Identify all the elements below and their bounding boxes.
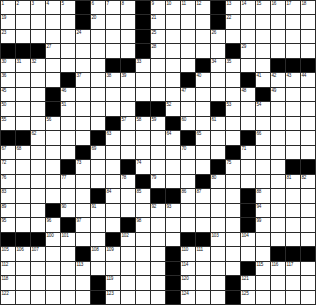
cell-r1c14[interactable]: 12 <box>196 1 210 14</box>
cell-r1c3[interactable]: 3 <box>31 1 45 14</box>
cell-r10c8[interactable]: 63 <box>106 131 120 144</box>
cell-r20c4[interactable] <box>46 276 60 289</box>
cell-r17c17[interactable]: 104 <box>241 233 255 246</box>
cell-r15c1[interactable]: 89 <box>1 204 15 217</box>
cell-r6c1[interactable]: 36 <box>1 73 15 86</box>
cell-r4c6[interactable] <box>76 44 90 57</box>
cell-r7c19[interactable]: 49 <box>271 88 285 101</box>
cell-r16c3[interactable] <box>31 218 45 231</box>
cell-r18c5[interactable] <box>61 247 75 260</box>
cell-r10c21[interactable] <box>301 131 315 144</box>
cell-r2c3[interactable] <box>31 15 45 28</box>
cell-r1c4[interactable]: 4 <box>46 1 60 14</box>
cell-r11c11[interactable] <box>151 146 165 159</box>
cell-r18c14[interactable]: 111 <box>196 247 210 260</box>
cell-r5c10[interactable]: 33 <box>136 59 150 72</box>
cell-r18c13[interactable]: 110 <box>181 247 195 260</box>
cell-r1c13[interactable]: 11 <box>181 1 195 14</box>
cell-r19c13[interactable]: 114 <box>181 262 195 275</box>
cell-r16c10[interactable]: 98 <box>136 218 150 231</box>
cell-r16c19[interactable] <box>271 218 285 231</box>
cell-r7c7[interactable] <box>91 88 105 101</box>
cell-r2c5[interactable] <box>61 15 75 28</box>
cell-r6c3[interactable] <box>31 73 45 86</box>
cell-r8c14[interactable] <box>196 102 210 115</box>
cell-r20c13[interactable]: 120 <box>181 276 195 289</box>
cell-r21c5[interactable] <box>61 291 75 304</box>
cell-r3c19[interactable] <box>271 30 285 43</box>
cell-r13c13[interactable] <box>181 175 195 188</box>
cell-r1c8[interactable]: 7 <box>106 1 120 14</box>
cell-r3c17[interactable] <box>241 30 255 43</box>
cell-r4c17[interactable]: 29 <box>241 44 255 57</box>
cell-r8c8[interactable] <box>106 102 120 115</box>
cell-r18c8[interactable]: 109 <box>106 247 120 260</box>
cell-r14c18[interactable]: 88 <box>256 189 270 202</box>
cell-r20c3[interactable] <box>31 276 45 289</box>
cell-r20c6[interactable] <box>76 276 90 289</box>
cell-r1c12[interactable]: 10 <box>166 1 180 14</box>
cell-r21c13[interactable]: 124 <box>181 291 195 304</box>
cell-r16c18[interactable]: 99 <box>256 218 270 231</box>
cell-r10c15[interactable] <box>211 131 225 144</box>
cell-r13c8[interactable] <box>106 175 120 188</box>
cell-r3c11[interactable]: 25 <box>151 30 165 43</box>
cell-r18c11[interactable] <box>151 247 165 260</box>
cell-r18c17[interactable] <box>241 247 255 260</box>
cell-r20c18[interactable] <box>256 276 270 289</box>
cell-r21c20[interactable] <box>286 291 300 304</box>
cell-r14c15[interactable] <box>211 189 225 202</box>
cell-r8c12[interactable]: 52 <box>166 102 180 115</box>
cell-r19c18[interactable]: 115 <box>256 262 270 275</box>
cell-r7c5[interactable]: 46 <box>61 88 75 101</box>
cell-r15c14[interactable] <box>196 204 210 217</box>
cell-r2c19[interactable] <box>271 15 285 28</box>
cell-r13c3[interactable] <box>31 175 45 188</box>
cell-r19c14[interactable] <box>196 262 210 275</box>
cell-r12c6[interactable]: 73 <box>76 160 90 173</box>
cell-r5c7[interactable] <box>91 59 105 72</box>
cell-r19c1[interactable]: 112 <box>1 262 15 275</box>
cell-r21c11[interactable] <box>151 291 165 304</box>
cell-r13c9[interactable]: 78 <box>121 175 135 188</box>
cell-r5c17[interactable] <box>241 59 255 72</box>
cell-r11c4[interactable] <box>46 146 60 159</box>
cell-r16c1[interactable]: 95 <box>1 218 15 231</box>
cell-r12c4[interactable] <box>46 160 60 173</box>
cell-r21c19[interactable] <box>271 291 285 304</box>
cell-r10c12[interactable]: 64 <box>166 131 180 144</box>
cell-r15c11[interactable]: 92 <box>151 204 165 217</box>
cell-r7c8[interactable] <box>106 88 120 101</box>
cell-r17c19[interactable] <box>271 233 285 246</box>
cell-r21c21[interactable] <box>301 291 315 304</box>
cell-r17c11[interactable] <box>151 233 165 246</box>
cell-r19c2[interactable] <box>16 262 30 275</box>
cell-r6c19[interactable]: 42 <box>271 73 285 86</box>
cell-r21c6[interactable] <box>76 291 90 304</box>
cell-r8c7[interactable] <box>91 102 105 115</box>
cell-r18c1[interactable]: 105 <box>1 247 15 260</box>
cell-r7c21[interactable] <box>301 88 315 101</box>
cell-r14c4[interactable] <box>46 189 60 202</box>
cell-r13c15[interactable]: 80 <box>211 175 225 188</box>
cell-r16c2[interactable] <box>16 218 30 231</box>
cell-r21c3[interactable] <box>31 291 45 304</box>
cell-r1c2[interactable]: 2 <box>16 1 30 14</box>
cell-r19c5[interactable] <box>61 262 75 275</box>
cell-r6c2[interactable] <box>16 73 30 86</box>
cell-r18c7[interactable]: 108 <box>91 247 105 260</box>
cell-r21c17[interactable]: 125 <box>241 291 255 304</box>
cell-r15c2[interactable] <box>16 204 30 217</box>
cell-r15c8[interactable] <box>106 204 120 217</box>
cell-r16c8[interactable] <box>106 218 120 231</box>
cell-r13c19[interactable] <box>271 175 285 188</box>
cell-r4c12[interactable] <box>166 44 180 57</box>
cell-r18c3[interactable]: 107 <box>31 247 45 260</box>
cell-r14c20[interactable] <box>286 189 300 202</box>
cell-r5c12[interactable] <box>166 59 180 72</box>
cell-r12c3[interactable] <box>31 160 45 173</box>
cell-r3c14[interactable] <box>196 30 210 43</box>
cell-r18c4[interactable] <box>46 247 60 260</box>
cell-r16c7[interactable] <box>91 218 105 231</box>
cell-r9c10[interactable]: 58 <box>136 117 150 130</box>
cell-r16c6[interactable]: 97 <box>76 218 90 231</box>
cell-r12c2[interactable] <box>16 160 30 173</box>
cell-r20c21[interactable] <box>301 276 315 289</box>
cell-r15c21[interactable] <box>301 204 315 217</box>
cell-r18c16[interactable] <box>226 247 240 260</box>
cell-r9c20[interactable] <box>286 117 300 130</box>
cell-r2c12[interactable] <box>166 15 180 28</box>
cell-r14c14[interactable]: 87 <box>196 189 210 202</box>
cell-r19c15[interactable] <box>211 262 225 275</box>
cell-r5c16[interactable]: 35 <box>226 59 240 72</box>
cell-r3c7[interactable] <box>91 30 105 43</box>
cell-r2c13[interactable] <box>181 15 195 28</box>
cell-r15c12[interactable]: 93 <box>166 204 180 217</box>
cell-r11c9[interactable] <box>121 146 135 159</box>
cell-r14c2[interactable] <box>16 189 30 202</box>
cell-r1c16[interactable]: 13 <box>226 1 240 14</box>
cell-r18c18[interactable] <box>256 247 270 260</box>
cell-r1c21[interactable]: 18 <box>301 1 315 14</box>
cell-r14c16[interactable] <box>226 189 240 202</box>
cell-r9c6[interactable] <box>76 117 90 130</box>
cell-r21c9[interactable] <box>121 291 135 304</box>
cell-r11c8[interactable] <box>106 146 120 159</box>
cell-r19c11[interactable] <box>151 262 165 275</box>
cell-r6c20[interactable]: 43 <box>286 73 300 86</box>
cell-r3c21[interactable] <box>301 30 315 43</box>
cell-r6c10[interactable] <box>136 73 150 86</box>
cell-r11c3[interactable] <box>31 146 45 159</box>
cell-r4c11[interactable]: 28 <box>151 44 165 57</box>
cell-r20c9[interactable] <box>121 276 135 289</box>
cell-r7c1[interactable]: 45 <box>1 88 15 101</box>
cell-r19c7[interactable] <box>91 262 105 275</box>
cell-r8c3[interactable] <box>31 102 45 115</box>
cell-r9c17[interactable] <box>241 117 255 130</box>
cell-r8c2[interactable] <box>16 102 30 115</box>
cell-r15c6[interactable] <box>76 204 90 217</box>
cell-r2c9[interactable] <box>121 15 135 28</box>
cell-r20c15[interactable] <box>211 276 225 289</box>
cell-r13c11[interactable]: 79 <box>151 175 165 188</box>
cell-r8c13[interactable] <box>181 102 195 115</box>
cell-r19c6[interactable]: 113 <box>76 262 90 275</box>
cell-r16c14[interactable] <box>196 218 210 231</box>
cell-r12c17[interactable] <box>241 160 255 173</box>
cell-r10c16[interactable] <box>226 131 240 144</box>
cell-r6c9[interactable]: 39 <box>121 73 135 86</box>
cell-r4c20[interactable] <box>286 44 300 57</box>
cell-r3c5[interactable] <box>61 30 75 43</box>
cell-r1c18[interactable]: 15 <box>256 1 270 14</box>
cell-r12c8[interactable] <box>106 160 120 173</box>
cell-r5c3[interactable]: 32 <box>31 59 45 72</box>
cell-r8c17[interactable] <box>241 102 255 115</box>
cell-r17c20[interactable] <box>286 233 300 246</box>
cell-r7c13[interactable]: 47 <box>181 88 195 101</box>
cell-r6c11[interactable] <box>151 73 165 86</box>
cell-r19c10[interactable] <box>136 262 150 275</box>
cell-r13c7[interactable] <box>91 175 105 188</box>
cell-r10c18[interactable]: 66 <box>256 131 270 144</box>
cell-r9c13[interactable]: 60 <box>181 117 195 130</box>
cell-r15c9[interactable] <box>121 204 135 217</box>
cell-r11c18[interactable] <box>256 146 270 159</box>
cell-r21c1[interactable]: 122 <box>1 291 15 304</box>
cell-r13c20[interactable]: 81 <box>286 175 300 188</box>
cell-r7c16[interactable] <box>226 88 240 101</box>
cell-r16c16[interactable] <box>226 218 240 231</box>
cell-r4c19[interactable] <box>271 44 285 57</box>
cell-r2c2[interactable] <box>16 15 30 28</box>
cell-r9c2[interactable] <box>16 117 30 130</box>
cell-r4c14[interactable] <box>196 44 210 57</box>
cell-r14c8[interactable]: 84 <box>106 189 120 202</box>
cell-r21c18[interactable] <box>256 291 270 304</box>
cell-r7c17[interactable]: 48 <box>241 88 255 101</box>
cell-r8c6[interactable] <box>76 102 90 115</box>
cell-r10c20[interactable] <box>286 131 300 144</box>
cell-r16c20[interactable] <box>286 218 300 231</box>
cell-r11c14[interactable] <box>196 146 210 159</box>
cell-r16c11[interactable] <box>151 218 165 231</box>
cell-r12c18[interactable] <box>256 160 270 173</box>
cell-r12c1[interactable]: 72 <box>1 160 15 173</box>
cell-r19c9[interactable] <box>121 262 135 275</box>
cell-r13c4[interactable] <box>46 175 60 188</box>
cell-r17c6[interactable] <box>76 233 90 246</box>
cell-r7c12[interactable] <box>166 88 180 101</box>
cell-r3c4[interactable] <box>46 30 60 43</box>
cell-r7c15[interactable] <box>211 88 225 101</box>
cell-r12c7[interactable] <box>91 160 105 173</box>
cell-r15c16[interactable] <box>226 204 240 217</box>
cell-r14c13[interactable]: 86 <box>181 189 195 202</box>
cell-r17c15[interactable]: 103 <box>211 233 225 246</box>
cell-r11c10[interactable] <box>136 146 150 159</box>
cell-r12c10[interactable]: 74 <box>136 160 150 173</box>
cell-r10c19[interactable] <box>271 131 285 144</box>
cell-r1c17[interactable]: 14 <box>241 1 255 14</box>
cell-r3c8[interactable] <box>106 30 120 43</box>
cell-r3c16[interactable] <box>226 30 240 43</box>
cell-r7c20[interactable] <box>286 88 300 101</box>
cell-r19c16[interactable] <box>226 262 240 275</box>
cell-r9c5[interactable] <box>61 117 75 130</box>
cell-r1c7[interactable]: 6 <box>91 1 105 14</box>
cell-r18c9[interactable] <box>121 247 135 260</box>
cell-r13c6[interactable] <box>76 175 90 188</box>
cell-r17c16[interactable] <box>226 233 240 246</box>
cell-r15c18[interactable]: 94 <box>256 204 270 217</box>
cell-r17c9[interactable]: 102 <box>121 233 135 246</box>
cell-r15c15[interactable] <box>211 204 225 217</box>
cell-r13c5[interactable]: 77 <box>61 175 75 188</box>
cell-r10c4[interactable] <box>46 131 60 144</box>
cell-r13c12[interactable] <box>166 175 180 188</box>
cell-r16c4[interactable]: 96 <box>46 218 60 231</box>
cell-r19c8[interactable] <box>106 262 120 275</box>
cell-r19c19[interactable]: 116 <box>271 262 285 275</box>
cell-r17c4[interactable]: 100 <box>46 233 60 246</box>
cell-r21c8[interactable]: 123 <box>106 291 120 304</box>
cell-r15c5[interactable]: 90 <box>61 204 75 217</box>
cell-r4c18[interactable] <box>256 44 270 57</box>
cell-r19c20[interactable]: 117 <box>286 262 300 275</box>
cell-r8c5[interactable]: 51 <box>61 102 75 115</box>
cell-r5c2[interactable]: 31 <box>16 59 30 72</box>
cell-r13c18[interactable] <box>256 175 270 188</box>
cell-r11c15[interactable] <box>211 146 225 159</box>
cell-r12c19[interactable] <box>271 160 285 173</box>
cell-r3c15[interactable]: 26 <box>211 30 225 43</box>
cell-r15c7[interactable]: 91 <box>91 204 105 217</box>
cell-r14c10[interactable]: 85 <box>136 189 150 202</box>
cell-r3c6[interactable]: 24 <box>76 30 90 43</box>
cell-r17c12[interactable] <box>166 233 180 246</box>
cell-r6c16[interactable] <box>226 73 240 86</box>
cell-r15c13[interactable] <box>181 204 195 217</box>
cell-r12c16[interactable]: 75 <box>226 160 240 173</box>
cell-r3c2[interactable] <box>16 30 30 43</box>
cell-r3c12[interactable] <box>166 30 180 43</box>
cell-r5c15[interactable]: 34 <box>211 59 225 72</box>
cell-r17c18[interactable] <box>256 233 270 246</box>
cell-r11c7[interactable]: 69 <box>91 146 105 159</box>
cell-r4c13[interactable] <box>181 44 195 57</box>
cell-r5c11[interactable] <box>151 59 165 72</box>
cell-r4c7[interactable] <box>91 44 105 57</box>
cell-r14c9[interactable] <box>121 189 135 202</box>
cell-r6c4[interactable] <box>46 73 60 86</box>
cell-r8c18[interactable]: 54 <box>256 102 270 115</box>
cell-r5c4[interactable] <box>46 59 60 72</box>
cell-r17c7[interactable] <box>91 233 105 246</box>
cell-r10c10[interactable] <box>136 131 150 144</box>
cell-r6c6[interactable]: 37 <box>76 73 90 86</box>
cell-r8c9[interactable] <box>121 102 135 115</box>
cell-r5c5[interactable] <box>61 59 75 72</box>
cell-r9c16[interactable] <box>226 117 240 130</box>
cell-r15c3[interactable] <box>31 204 45 217</box>
cell-r20c10[interactable] <box>136 276 150 289</box>
cell-r19c21[interactable] <box>301 262 315 275</box>
cell-r13c21[interactable]: 82 <box>301 175 315 188</box>
cell-r5c6[interactable] <box>76 59 90 72</box>
cell-r16c21[interactable] <box>301 218 315 231</box>
cell-r20c11[interactable] <box>151 276 165 289</box>
cell-r11c17[interactable]: 71 <box>241 146 255 159</box>
cell-r9c15[interactable]: 61 <box>211 117 225 130</box>
cell-r2c16[interactable]: 22 <box>226 15 240 28</box>
cell-r14c6[interactable] <box>76 189 90 202</box>
cell-r11c12[interactable] <box>166 146 180 159</box>
cell-r2c14[interactable] <box>196 15 210 28</box>
cell-r4c9[interactable] <box>121 44 135 57</box>
cell-r8c1[interactable]: 50 <box>1 102 15 115</box>
cell-r9c7[interactable] <box>91 117 105 130</box>
cell-r7c6[interactable] <box>76 88 90 101</box>
cell-r7c10[interactable] <box>136 88 150 101</box>
cell-r11c19[interactable] <box>271 146 285 159</box>
cell-r9c21[interactable] <box>301 117 315 130</box>
cell-r11c20[interactable] <box>286 146 300 159</box>
cell-r10c6[interactable] <box>76 131 90 144</box>
cell-r2c20[interactable] <box>286 15 300 28</box>
cell-r3c1[interactable]: 23 <box>1 30 15 43</box>
cell-r6c8[interactable]: 38 <box>106 73 120 86</box>
cell-r3c9[interactable] <box>121 30 135 43</box>
cell-r3c13[interactable] <box>181 30 195 43</box>
cell-r17c5[interactable]: 101 <box>61 233 75 246</box>
cell-r13c2[interactable] <box>16 175 30 188</box>
cell-r12c11[interactable] <box>151 160 165 173</box>
cell-r18c10[interactable] <box>136 247 150 260</box>
cell-r16c13[interactable] <box>181 218 195 231</box>
cell-r10c3[interactable]: 62 <box>31 131 45 144</box>
cell-r8c20[interactable] <box>286 102 300 115</box>
cell-r5c13[interactable] <box>181 59 195 72</box>
cell-r15c19[interactable] <box>271 204 285 217</box>
cell-r21c4[interactable] <box>46 291 60 304</box>
cell-r11c21[interactable] <box>301 146 315 159</box>
cell-r6c7[interactable] <box>91 73 105 86</box>
cell-r4c15[interactable] <box>211 44 225 57</box>
cell-r9c11[interactable]: 59 <box>151 117 165 130</box>
cell-r20c20[interactable] <box>286 276 300 289</box>
cell-r10c9[interactable] <box>121 131 135 144</box>
cell-r5c1[interactable]: 30 <box>1 59 15 72</box>
cell-r19c3[interactable] <box>31 262 45 275</box>
cell-r16c12[interactable] <box>166 218 180 231</box>
cell-r14c1[interactable]: 83 <box>1 189 15 202</box>
cell-r9c3[interactable] <box>31 117 45 130</box>
cell-r11c1[interactable]: 67 <box>1 146 15 159</box>
cell-r11c2[interactable]: 68 <box>16 146 30 159</box>
cell-r6c14[interactable]: 40 <box>196 73 210 86</box>
cell-r2c1[interactable]: 19 <box>1 15 15 28</box>
cell-r9c19[interactable] <box>271 117 285 130</box>
cell-r9c9[interactable]: 57 <box>121 117 135 130</box>
cell-r2c8[interactable] <box>106 15 120 28</box>
